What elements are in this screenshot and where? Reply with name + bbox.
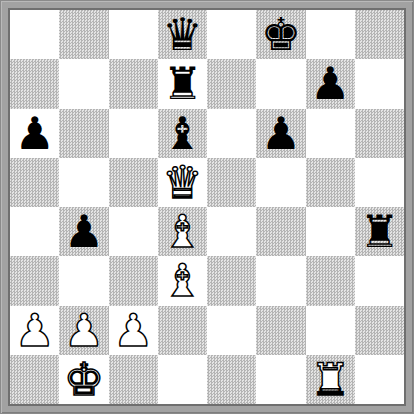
white-bishop-icon[interactable]: ♝ (162, 258, 202, 303)
square-e7[interactable] (207, 59, 256, 108)
white-pawn-icon[interactable]: ♟ (113, 308, 153, 353)
square-g7[interactable]: ♟ (306, 59, 355, 108)
square-d4[interactable]: ♝ (158, 207, 207, 256)
board-frame: ♛♚♜♟♟♝♟♛♟♝♜♝♟♟♟♚♜ (0, 0, 414, 414)
white-pawn-icon[interactable]: ♟ (14, 308, 54, 353)
square-g5[interactable] (306, 158, 355, 207)
white-king-icon[interactable]: ♚ (64, 357, 104, 402)
square-d2[interactable] (158, 306, 207, 355)
square-b8[interactable] (59, 10, 108, 59)
square-h8[interactable] (355, 10, 404, 59)
square-h4[interactable]: ♜ (355, 207, 404, 256)
square-h7[interactable] (355, 59, 404, 108)
square-a8[interactable] (10, 10, 59, 59)
square-g8[interactable] (306, 10, 355, 59)
chess-board: ♛♚♜♟♟♝♟♛♟♝♜♝♟♟♟♚♜ (10, 10, 404, 404)
square-b7[interactable] (59, 59, 108, 108)
black-king-icon[interactable]: ♚ (261, 12, 301, 57)
white-queen-icon[interactable]: ♛ (162, 160, 202, 205)
square-e5[interactable] (207, 158, 256, 207)
square-a6[interactable]: ♟ (10, 109, 59, 158)
black-pawn-icon[interactable]: ♟ (261, 111, 301, 156)
square-f2[interactable] (256, 306, 305, 355)
square-e8[interactable] (207, 10, 256, 59)
square-a5[interactable] (10, 158, 59, 207)
square-f1[interactable] (256, 355, 305, 404)
black-rook-icon[interactable]: ♜ (359, 209, 399, 254)
square-g4[interactable] (306, 207, 355, 256)
square-c7[interactable] (109, 59, 158, 108)
white-rook-icon[interactable]: ♜ (310, 357, 350, 402)
square-c4[interactable] (109, 207, 158, 256)
square-e2[interactable] (207, 306, 256, 355)
square-g6[interactable] (306, 109, 355, 158)
square-e3[interactable] (207, 256, 256, 305)
black-pawn-icon[interactable]: ♟ (64, 209, 104, 254)
square-a3[interactable] (10, 256, 59, 305)
square-f7[interactable] (256, 59, 305, 108)
square-h5[interactable] (355, 158, 404, 207)
square-h2[interactable] (355, 306, 404, 355)
black-queen-icon[interactable]: ♛ (162, 12, 202, 57)
square-f3[interactable] (256, 256, 305, 305)
black-rook-icon[interactable]: ♜ (162, 61, 202, 106)
square-b3[interactable] (59, 256, 108, 305)
square-d6[interactable]: ♝ (158, 109, 207, 158)
square-c2[interactable]: ♟ (109, 306, 158, 355)
square-f4[interactable] (256, 207, 305, 256)
square-b4[interactable]: ♟ (59, 207, 108, 256)
square-f6[interactable]: ♟ (256, 109, 305, 158)
square-a7[interactable] (10, 59, 59, 108)
black-bishop-icon[interactable]: ♝ (162, 111, 202, 156)
square-d1[interactable] (158, 355, 207, 404)
square-g3[interactable] (306, 256, 355, 305)
square-e6[interactable] (207, 109, 256, 158)
square-c3[interactable] (109, 256, 158, 305)
square-c5[interactable] (109, 158, 158, 207)
square-b2[interactable]: ♟ (59, 306, 108, 355)
square-g1[interactable]: ♜ (306, 355, 355, 404)
square-b6[interactable] (59, 109, 108, 158)
square-a1[interactable] (10, 355, 59, 404)
white-bishop-icon[interactable]: ♝ (162, 209, 202, 254)
square-b5[interactable] (59, 158, 108, 207)
square-a4[interactable] (10, 207, 59, 256)
square-h1[interactable] (355, 355, 404, 404)
square-c1[interactable] (109, 355, 158, 404)
black-pawn-icon[interactable]: ♟ (14, 111, 54, 156)
black-pawn-icon[interactable]: ♟ (310, 61, 350, 106)
square-b1[interactable]: ♚ (59, 355, 108, 404)
square-c6[interactable] (109, 109, 158, 158)
square-f8[interactable]: ♚ (256, 10, 305, 59)
square-h3[interactable] (355, 256, 404, 305)
square-d8[interactable]: ♛ (158, 10, 207, 59)
square-f5[interactable] (256, 158, 305, 207)
square-e1[interactable] (207, 355, 256, 404)
square-c8[interactable] (109, 10, 158, 59)
square-a2[interactable]: ♟ (10, 306, 59, 355)
square-g2[interactable] (306, 306, 355, 355)
square-d7[interactable]: ♜ (158, 59, 207, 108)
square-d3[interactable]: ♝ (158, 256, 207, 305)
square-d5[interactable]: ♛ (158, 158, 207, 207)
square-e4[interactable] (207, 207, 256, 256)
white-pawn-icon[interactable]: ♟ (64, 308, 104, 353)
square-h6[interactable] (355, 109, 404, 158)
